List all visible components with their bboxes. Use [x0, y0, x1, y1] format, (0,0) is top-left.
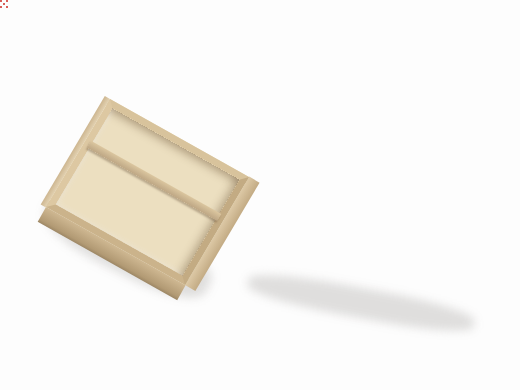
board-shadow [245, 267, 477, 338]
broken-image-artifact [0, 0, 12, 12]
artifact-dot [0, 6, 2, 8]
game-box [46, 99, 249, 285]
artifact-dot [0, 0, 2, 2]
loose-natural-disc [226, 160, 240, 170]
loose-natural-disc [197, 136, 211, 146]
loose-natural-disc [134, 150, 148, 160]
loose-natural-disc [98, 137, 112, 147]
loose-natural-disc [183, 135, 197, 145]
loose-natural-disc [104, 148, 118, 158]
loose-natural-disc [233, 145, 247, 155]
artifact-dot [3, 3, 5, 5]
loose-natural-disc [150, 145, 164, 155]
artifact-dot [6, 0, 8, 2]
loose-natural-disc [119, 149, 133, 159]
artifact-dot [6, 6, 8, 8]
photo-scene [0, 0, 520, 390]
